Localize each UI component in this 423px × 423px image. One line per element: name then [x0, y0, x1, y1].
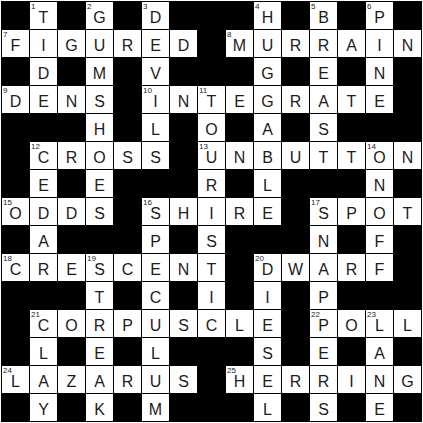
cell-letter: R [282, 374, 309, 390]
cell-letter: S [142, 206, 169, 222]
grid-cell-r7c4[interactable]: E [86, 170, 113, 197]
grid-cell-r12c1 [2, 310, 29, 337]
grid-cell-r4c5 [114, 86, 141, 113]
grid-cell-r1c15 [394, 2, 421, 29]
grid-cell-r12c13[interactable]: O [338, 310, 365, 337]
grid-cell-r4c9[interactable]: E [226, 86, 253, 113]
grid-cell-r9c1 [2, 226, 29, 253]
grid-cell-r10c4[interactable]: 19S [86, 254, 113, 281]
grid-cell-r9c5 [114, 226, 141, 253]
grid-cell-r11c6[interactable]: C [142, 282, 169, 309]
grid-cell-r11c1 [2, 282, 29, 309]
cell-letter: P [142, 234, 169, 250]
grid-cell-r2c4[interactable]: U [86, 30, 113, 57]
grid-cell-r7c15 [394, 170, 421, 197]
grid-cell-r6c5[interactable]: S [114, 142, 141, 169]
cell-letter: N [170, 94, 197, 110]
grid-cell-r4c11[interactable]: R [282, 86, 309, 113]
grid-cell-r8c15[interactable]: T [394, 198, 421, 225]
grid-cell-r11c12[interactable]: P [310, 282, 337, 309]
grid-cell-r2c14[interactable]: I [366, 30, 393, 57]
cell-letter: S [142, 150, 169, 166]
grid-cell-r8c2[interactable]: D [30, 198, 57, 225]
cell-letter: O [366, 150, 393, 166]
grid-cell-r13c1 [2, 338, 29, 365]
cell-letter: U [142, 374, 169, 390]
cell-letter: D [142, 10, 169, 26]
grid-cell-r15c12[interactable]: S [310, 394, 337, 421]
grid-cell-r1c4[interactable]: 2G [86, 2, 113, 29]
grid-cell-r12c6[interactable]: U [142, 310, 169, 337]
cell-letter: D [30, 206, 57, 222]
grid-cell-r15c4[interactable]: K [86, 394, 113, 421]
cell-letter: A [338, 38, 365, 54]
grid-cell-r14c6[interactable]: U [142, 366, 169, 393]
cell-letter: T [198, 262, 225, 278]
grid-cell-r14c10[interactable]: E [254, 366, 281, 393]
grid-cell-r10c3[interactable]: E [58, 254, 85, 281]
grid-cell-r6c4[interactable]: O [86, 142, 113, 169]
cell-letter: T [310, 150, 337, 166]
grid-cell-r12c15[interactable]: L [394, 310, 421, 337]
grid-cell-r5c8[interactable]: O [198, 114, 225, 141]
grid-cell-r6c11[interactable]: U [282, 142, 309, 169]
grid-cell-r12c10[interactable]: E [254, 310, 281, 337]
grid-cell-r12c3[interactable]: O [58, 310, 85, 337]
grid-cell-r14c12[interactable]: R [310, 366, 337, 393]
cell-letter: S [198, 234, 225, 250]
grid-cell-r1c6[interactable]: 3D [142, 2, 169, 29]
grid-cell-r2c5[interactable]: R [114, 30, 141, 57]
grid-cell-r13c14[interactable]: A [366, 338, 393, 365]
cell-letter: S [254, 346, 281, 362]
grid-cell-r8c3[interactable]: D [58, 198, 85, 225]
cell-letter: E [254, 374, 281, 390]
cell-letter: G [86, 10, 113, 26]
grid-cell-r3c15 [394, 58, 421, 85]
cell-letter: C [2, 262, 29, 278]
cell-letter: N [366, 178, 393, 194]
grid-cell-r3c9 [226, 58, 253, 85]
cell-letter: E [142, 38, 169, 54]
grid-cell-r7c8[interactable]: R [198, 170, 225, 197]
grid-cell-r14c7[interactable]: S [170, 366, 197, 393]
grid-cell-r8c8[interactable]: I [198, 198, 225, 225]
grid-cell-r10c10[interactable]: 20D [254, 254, 281, 281]
grid-cell-r11c7 [170, 282, 197, 309]
grid-cell-r3c5 [114, 58, 141, 85]
grid-cell-r14c8 [198, 366, 225, 393]
grid-cell-r3c4[interactable]: M [86, 58, 113, 85]
grid-cell-r14c11[interactable]: R [282, 366, 309, 393]
grid-cell-r4c3[interactable]: N [58, 86, 85, 113]
cell-letter: P [366, 10, 393, 26]
grid-cell-r10c13[interactable]: R [338, 254, 365, 281]
grid-cell-r7c11 [282, 170, 309, 197]
grid-cell-r4c12[interactable]: A [310, 86, 337, 113]
cell-letter: A [310, 262, 337, 278]
cell-letter: K [86, 402, 113, 418]
cell-letter: U [142, 318, 169, 334]
grid-cell-r5c1 [2, 114, 29, 141]
cell-letter: E [86, 178, 113, 194]
grid-cell-r5c5 [114, 114, 141, 141]
grid-cell-r5c6[interactable]: L [142, 114, 169, 141]
grid-cell-r9c12[interactable]: N [310, 226, 337, 253]
grid-cell-r14c3[interactable]: Z [58, 366, 85, 393]
cell-letter: E [310, 66, 337, 82]
cell-letter: L [2, 374, 29, 390]
cell-letter: N [394, 150, 421, 166]
cell-letter: M [142, 402, 169, 418]
grid-cell-r6c10[interactable]: B [254, 142, 281, 169]
grid-cell-r12c2[interactable]: 21C [30, 310, 57, 337]
grid-cell-r14c14[interactable]: N [366, 366, 393, 393]
grid-cell-r2c8 [198, 30, 225, 57]
grid-cell-r13c5 [114, 338, 141, 365]
grid-cell-r10c1[interactable]: 18C [2, 254, 29, 281]
grid-cell-r3c2[interactable]: D [30, 58, 57, 85]
grid-cell-r8c12[interactable]: 17S [310, 198, 337, 225]
grid-cell-r9c9 [226, 226, 253, 253]
grid-cell-r15c3 [58, 394, 85, 421]
cell-letter: D [58, 206, 85, 222]
grid-cell-r9c3 [58, 226, 85, 253]
cell-letter: R [114, 38, 141, 54]
grid-cell-r4c8[interactable]: 11T [198, 86, 225, 113]
cell-letter: D [170, 38, 197, 54]
cell-letter: B [254, 150, 281, 166]
grid-cell-r10c12[interactable]: A [310, 254, 337, 281]
grid-cell-r3c10[interactable]: G [254, 58, 281, 85]
grid-cell-r4c6[interactable]: 10I [142, 86, 169, 113]
grid-cell-r14c13[interactable]: I [338, 366, 365, 393]
grid-cell-r8c13[interactable]: P [338, 198, 365, 225]
grid-cell-r11c15 [394, 282, 421, 309]
cell-letter: N [310, 234, 337, 250]
cell-letter: R [338, 262, 365, 278]
cell-letter: R [282, 38, 309, 54]
grid-cell-r13c7 [170, 338, 197, 365]
grid-cell-r7c1 [2, 170, 29, 197]
cell-letter: H [170, 206, 197, 222]
grid-cell-r9c10 [254, 226, 281, 253]
grid-cell-r12c11 [282, 310, 309, 337]
cell-letter: S [310, 122, 337, 138]
cell-letter: A [366, 346, 393, 362]
cell-letter: N [366, 66, 393, 82]
grid-cell-r8c10[interactable]: E [254, 198, 281, 225]
cell-letter: O [2, 206, 29, 222]
grid-cell-r5c9 [226, 114, 253, 141]
grid-cell-r15c6[interactable]: M [142, 394, 169, 421]
grid-cell-r5c3 [58, 114, 85, 141]
grid-cell-r2c7[interactable]: D [170, 30, 197, 57]
grid-cell-r1c2[interactable]: 1T [30, 2, 57, 29]
grid-cell-r3c14[interactable]: N [366, 58, 393, 85]
grid-cell-r5c4[interactable]: H [86, 114, 113, 141]
grid-cell-r4c1[interactable]: 9D [2, 86, 29, 113]
grid-cell-r14c4[interactable]: A [86, 366, 113, 393]
grid-cell-r3c7 [170, 58, 197, 85]
cell-letter: E [142, 262, 169, 278]
grid-cell-r11c10[interactable]: I [254, 282, 281, 309]
cell-letter: L [366, 318, 393, 334]
cell-letter: Y [30, 402, 57, 418]
cell-letter: L [142, 346, 169, 362]
cell-letter: S [170, 318, 197, 334]
grid-cell-r6c6[interactable]: S [142, 142, 169, 169]
cell-letter: T [30, 10, 57, 26]
grid-cell-r12c9[interactable]: L [226, 310, 253, 337]
cell-letter: R [114, 374, 141, 390]
grid-cell-r8c1[interactable]: 15O [2, 198, 29, 225]
grid-cell-r7c10[interactable]: L [254, 170, 281, 197]
grid-cell-r3c6[interactable]: V [142, 58, 169, 85]
grid-cell-r9c11 [282, 226, 309, 253]
grid-cell-r15c7 [170, 394, 197, 421]
grid-cell-r1c14[interactable]: 6P [366, 2, 393, 29]
grid-cell-r7c14[interactable]: N [366, 170, 393, 197]
cell-letter: I [254, 290, 281, 306]
cell-letter: N [366, 374, 393, 390]
cell-letter: L [30, 346, 57, 362]
grid-cell-r6c9[interactable]: N [226, 142, 253, 169]
grid-cell-r3c1 [2, 58, 29, 85]
grid-cell-r3c3 [58, 58, 85, 85]
grid-cell-r2c1[interactable]: 7F [2, 30, 29, 57]
grid-cell-r10c8[interactable]: T [198, 254, 225, 281]
grid-cell-r9c14[interactable]: F [366, 226, 393, 253]
grid-cell-r6c8[interactable]: 13U [198, 142, 225, 169]
grid-cell-r5c10[interactable]: A [254, 114, 281, 141]
grid-cell-r13c4[interactable]: E [86, 338, 113, 365]
cell-letter: D [30, 66, 57, 82]
cell-letter: R [282, 94, 309, 110]
grid-cell-r9c8[interactable]: S [198, 226, 225, 253]
cell-letter: M [86, 66, 113, 82]
grid-cell-r1c12[interactable]: 5B [310, 2, 337, 29]
cell-letter: D [254, 262, 281, 278]
grid-cell-r4c4[interactable]: S [86, 86, 113, 113]
grid-cell-r9c2[interactable]: A [30, 226, 57, 253]
grid-cell-r2c2[interactable]: I [30, 30, 57, 57]
grid-cell-r8c14[interactable]: O [366, 198, 393, 225]
grid-cell-r8c4[interactable]: S [86, 198, 113, 225]
grid-cell-r11c5 [114, 282, 141, 309]
grid-cell-r5c15 [394, 114, 421, 141]
cell-letter: C [30, 318, 57, 334]
grid-cell-r12c7[interactable]: S [170, 310, 197, 337]
cell-letter: S [114, 150, 141, 166]
grid-cell-r6c2[interactable]: 12C [30, 142, 57, 169]
grid-cell-r13c12[interactable]: E [310, 338, 337, 365]
grid-cell-r7c5 [114, 170, 141, 197]
grid-cell-r6c14[interactable]: 14O [366, 142, 393, 169]
cell-letter: S [170, 374, 197, 390]
grid-cell-r1c7 [170, 2, 197, 29]
grid-cell-r6c13[interactable]: T [338, 142, 365, 169]
cell-letter: L [254, 402, 281, 418]
cell-letter: N [394, 38, 421, 54]
grid-cell-r11c11 [282, 282, 309, 309]
cell-letter: E [30, 178, 57, 194]
grid-cell-r11c3 [58, 282, 85, 309]
grid-cell-r7c2[interactable]: E [30, 170, 57, 197]
cell-letter: Z [58, 374, 85, 390]
grid-cell-r2c12[interactable]: R [310, 30, 337, 57]
grid-cell-r6c7 [170, 142, 197, 169]
grid-cell-r10c14[interactable]: F [366, 254, 393, 281]
grid-cell-r6c12[interactable]: T [310, 142, 337, 169]
cell-letter: T [86, 290, 113, 306]
grid-cell-r12c12[interactable]: 22P [310, 310, 337, 337]
cell-letter: R [226, 206, 253, 222]
grid-cell-r10c2[interactable]: R [30, 254, 57, 281]
grid-cell-r8c6[interactable]: 16S [142, 198, 169, 225]
grid-cell-r8c7[interactable]: H [170, 198, 197, 225]
grid-cell-r4c13[interactable]: T [338, 86, 365, 113]
cell-letter: P [310, 318, 337, 334]
grid-cell-r2c13[interactable]: A [338, 30, 365, 57]
cell-letter: L [394, 318, 421, 334]
grid-cell-r12c5[interactable]: P [114, 310, 141, 337]
grid-cell-r12c8[interactable]: C [198, 310, 225, 337]
cell-letter: U [86, 38, 113, 54]
grid-cell-r14c15[interactable]: G [394, 366, 421, 393]
cell-letter: M [226, 38, 253, 54]
grid-cell-r12c4[interactable]: R [86, 310, 113, 337]
grid-cell-r14c2[interactable]: A [30, 366, 57, 393]
cell-letter: U [254, 38, 281, 54]
cell-letter: S [310, 206, 337, 222]
cell-letter: L [226, 318, 253, 334]
cell-letter: T [394, 206, 421, 222]
cell-letter: E [226, 94, 253, 110]
grid-cell-r4c10[interactable]: G [254, 86, 281, 113]
cell-letter: I [198, 290, 225, 306]
cell-letter: I [30, 38, 57, 54]
grid-cell-r13c9 [226, 338, 253, 365]
grid-cell-r13c3 [58, 338, 85, 365]
grid-cell-r14c5[interactable]: R [114, 366, 141, 393]
grid-cell-r5c12[interactable]: S [310, 114, 337, 141]
grid-cell-r13c10[interactable]: S [254, 338, 281, 365]
grid-cell-r1c3 [58, 2, 85, 29]
grid-cell-r5c13 [338, 114, 365, 141]
grid-cell-r4c7[interactable]: N [170, 86, 197, 113]
grid-cell-r7c12 [310, 170, 337, 197]
grid-cell-r10c5[interactable]: C [114, 254, 141, 281]
grid-cell-r15c9 [226, 394, 253, 421]
cell-letter: D [2, 94, 29, 110]
cell-letter: E [366, 94, 393, 110]
cell-letter: P [338, 206, 365, 222]
cell-letter: R [30, 262, 57, 278]
cell-letter: R [58, 150, 85, 166]
grid-cell-r2c3[interactable]: G [58, 30, 85, 57]
cell-letter: F [2, 38, 29, 54]
grid-cell-r3c11 [282, 58, 309, 85]
grid-cell-r13c15 [394, 338, 421, 365]
grid-cell-r9c6[interactable]: P [142, 226, 169, 253]
grid-cell-r4c14[interactable]: E [366, 86, 393, 113]
grid-cell-r13c2[interactable]: L [30, 338, 57, 365]
grid-cell-r9c13 [338, 226, 365, 253]
grid-cell-r7c6 [142, 170, 169, 197]
grid-cell-r14c9[interactable]: 25H [226, 366, 253, 393]
cell-letter: T [338, 150, 365, 166]
cell-letter: G [254, 94, 281, 110]
grid-cell-r10c15 [394, 254, 421, 281]
grid-cell-r9c7 [170, 226, 197, 253]
cell-letter: H [254, 10, 281, 26]
cell-letter: E [310, 346, 337, 362]
grid-cell-r2c10[interactable]: U [254, 30, 281, 57]
grid-cell-r15c14[interactable]: E [366, 394, 393, 421]
cell-letter: N [170, 262, 197, 278]
grid-cell-r15c2[interactable]: Y [30, 394, 57, 421]
cell-letter: A [254, 122, 281, 138]
cell-letter: R [310, 38, 337, 54]
cell-letter: E [30, 94, 57, 110]
cell-letter: C [142, 290, 169, 306]
grid-cell-r1c13 [338, 2, 365, 29]
grid-cell-r14c1[interactable]: 24L [2, 366, 29, 393]
cell-letter: F [366, 234, 393, 250]
cell-letter: W [282, 262, 309, 278]
grid-cell-r1c10[interactable]: 4H [254, 2, 281, 29]
grid-cell-r15c10[interactable]: L [254, 394, 281, 421]
cell-letter: A [310, 94, 337, 110]
grid-cell-r8c5 [114, 198, 141, 225]
grid-cell-r13c8 [198, 338, 225, 365]
grid-cell-r8c9[interactable]: R [226, 198, 253, 225]
grid-cell-r2c9[interactable]: 8M [226, 30, 253, 57]
grid-cell-r8c11 [282, 198, 309, 225]
grid-cell-r6c3[interactable]: R [58, 142, 85, 169]
grid-cell-r2c15[interactable]: N [394, 30, 421, 57]
grid-cell-r10c7[interactable]: N [170, 254, 197, 281]
cell-letter: T [198, 94, 225, 110]
cell-letter: R [198, 178, 225, 194]
grid-cell-r13c6[interactable]: L [142, 338, 169, 365]
cell-letter: E [254, 318, 281, 334]
cell-letter: R [86, 318, 113, 334]
grid-cell-r2c6[interactable]: E [142, 30, 169, 57]
grid-cell-r10c11[interactable]: W [282, 254, 309, 281]
grid-cell-r11c4[interactable]: T [86, 282, 113, 309]
cell-letter: I [338, 374, 365, 390]
grid-cell-r4c2[interactable]: E [30, 86, 57, 113]
grid-cell-r10c6[interactable]: E [142, 254, 169, 281]
grid-cell-r3c12[interactable]: E [310, 58, 337, 85]
grid-cell-r1c11 [282, 2, 309, 29]
grid-cell-r9c4 [86, 226, 113, 253]
grid-cell-r15c15 [394, 394, 421, 421]
grid-cell-r6c15[interactable]: N [394, 142, 421, 169]
grid-cell-r10c9 [226, 254, 253, 281]
grid-cell-r11c8[interactable]: I [198, 282, 225, 309]
cell-letter: P [114, 318, 141, 334]
grid-cell-r6c1 [2, 142, 29, 169]
grid-cell-r12c14[interactable]: 23L [366, 310, 393, 337]
grid-cell-r2c11[interactable]: R [282, 30, 309, 57]
cell-letter: T [338, 94, 365, 110]
cell-letter: A [30, 374, 57, 390]
cell-letter: C [30, 150, 57, 166]
grid-cell-r3c13 [338, 58, 365, 85]
